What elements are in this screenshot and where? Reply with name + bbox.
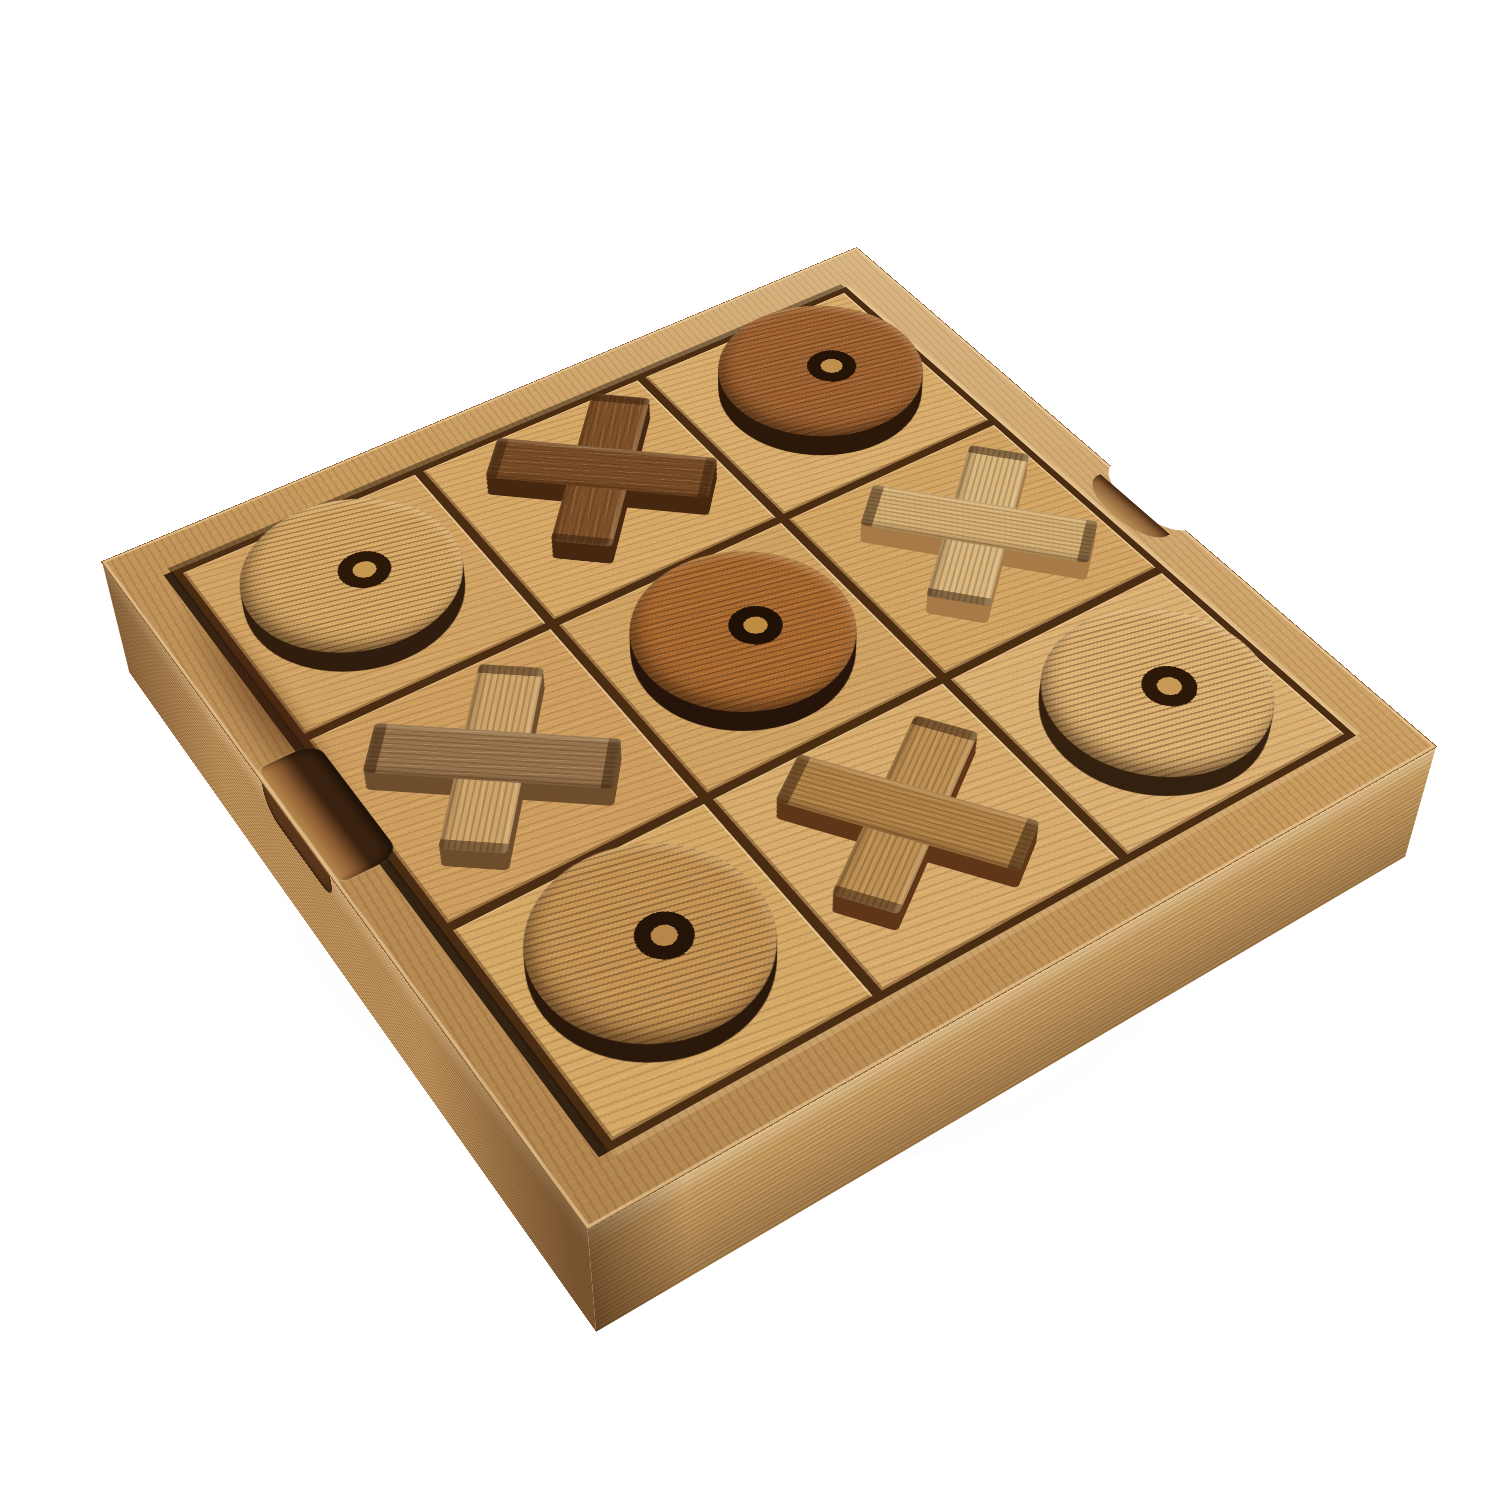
product-photo: ○✕○✕○✕○✕○ [0, 0, 1500, 1500]
board: ○✕○✕○✕○✕○ [101, 247, 1438, 1230]
